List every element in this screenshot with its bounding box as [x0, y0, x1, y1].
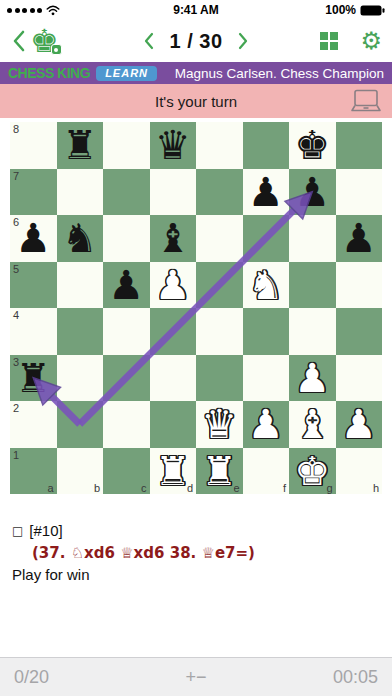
- battery-icon: [360, 5, 385, 16]
- battery-percent: 100%: [325, 3, 356, 17]
- piece-black-rook: ♜: [10, 355, 57, 402]
- chess-king-app: 9:41 AM 100% ♚ 1 / 30 ⚙: [0, 0, 392, 696]
- piece-black-king: ♚: [289, 122, 336, 169]
- timer: 00:05: [333, 667, 378, 688]
- square-c5[interactable]: ♟: [103, 262, 150, 309]
- variation-line: (37. ♘xd6 ♕xd6 38. ♕e7=): [32, 544, 380, 562]
- piece-white-knight: ♞: [243, 262, 290, 309]
- status-bar: 9:41 AM 100%: [0, 0, 392, 20]
- page-indicator: 1 / 30: [169, 30, 222, 53]
- cellular-signal-icon: [7, 8, 42, 13]
- piece-black-pawn: ♟: [10, 215, 57, 262]
- square-d2[interactable]: [150, 401, 197, 448]
- square-g8[interactable]: ♚: [289, 122, 336, 169]
- square-b6[interactable]: ♞: [57, 215, 104, 262]
- square-b1[interactable]: b: [57, 448, 104, 495]
- square-f2[interactable]: ♟: [243, 401, 290, 448]
- square-b4[interactable]: [57, 308, 104, 355]
- course-title: Magnus Carlsen. Chess Champion: [163, 66, 384, 81]
- piece-black-pawn: ♟: [289, 169, 336, 216]
- square-c6[interactable]: [103, 215, 150, 262]
- square-h8[interactable]: [336, 122, 383, 169]
- piece-black-bishop: ♝: [150, 215, 197, 262]
- wifi-icon: [46, 5, 60, 16]
- task-caption: □ [#10] (37. ♘xd6 ♕xd6 38. ♕e7=) Play fo…: [0, 494, 392, 583]
- square-h2[interactable]: ♟: [336, 401, 383, 448]
- file-label-a: a: [47, 482, 53, 494]
- square-e5[interactable]: [196, 262, 243, 309]
- file-label-f: f: [283, 482, 286, 494]
- chess-board: 8♜♛♚7♟♟6♟♞♝♟5♟♟♞43♜♟2♛♟♝♟1abcd♜e♜fg♚h: [10, 122, 382, 494]
- square-f8[interactable]: [243, 122, 290, 169]
- square-b7[interactable]: [57, 169, 104, 216]
- piece-white-queen: ♛: [196, 401, 243, 448]
- square-a7[interactable]: 7: [10, 169, 57, 216]
- task-goal: Play for win: [12, 566, 380, 583]
- computer-icon[interactable]: [350, 89, 382, 113]
- task-grid-icon[interactable]: [320, 32, 338, 50]
- square-f5[interactable]: ♞: [243, 262, 290, 309]
- square-b5[interactable]: [57, 262, 104, 309]
- square-h3[interactable]: [336, 355, 383, 402]
- task-number: [#10]: [29, 522, 62, 539]
- chess-king-logo[interactable]: ♚: [30, 25, 59, 57]
- square-g5[interactable]: [289, 262, 336, 309]
- piece-white-pawn: ♟: [243, 401, 290, 448]
- square-b8[interactable]: ♜: [57, 122, 104, 169]
- square-c3[interactable]: [103, 355, 150, 402]
- piece-black-pawn: ♟: [336, 215, 383, 262]
- bottom-bar: 0/20 +− 00:05: [0, 657, 392, 696]
- back-chevron-icon[interactable]: [10, 28, 28, 54]
- square-a1[interactable]: 1a: [10, 448, 57, 495]
- piece-black-rook: ♜: [57, 122, 104, 169]
- piece-white-pawn: ♟: [336, 401, 383, 448]
- piece-white-bishop: ♝: [289, 401, 336, 448]
- square-g7[interactable]: ♟: [289, 169, 336, 216]
- square-h6[interactable]: ♟: [336, 215, 383, 262]
- white-to-move-marker: □: [12, 524, 23, 538]
- square-a3[interactable]: 3♜: [10, 355, 57, 402]
- square-e1[interactable]: e♜: [196, 448, 243, 495]
- piece-white-rook: ♜: [196, 448, 243, 495]
- rank-label-7: 7: [13, 170, 19, 182]
- square-a5[interactable]: 5: [10, 262, 57, 309]
- piece-black-queen: ♛: [150, 122, 197, 169]
- square-g4[interactable]: [289, 308, 336, 355]
- square-g3[interactable]: ♟: [289, 355, 336, 402]
- chess-board-wrap: 8♜♛♚7♟♟6♟♞♝♟5♟♟♞43♜♟2♛♟♝♟1abcd♜e♜fg♚h: [10, 122, 382, 494]
- square-h7[interactable]: [336, 169, 383, 216]
- file-label-b: b: [94, 482, 100, 494]
- score-counter[interactable]: 0/20: [14, 667, 49, 688]
- square-d7[interactable]: [150, 169, 197, 216]
- square-d1[interactable]: d♜: [150, 448, 197, 495]
- file-label-c: c: [141, 482, 147, 494]
- square-d5[interactable]: ♟: [150, 262, 197, 309]
- square-e3[interactable]: [196, 355, 243, 402]
- square-d3[interactable]: [150, 355, 197, 402]
- square-e8[interactable]: [196, 122, 243, 169]
- square-h1[interactable]: h: [336, 448, 383, 495]
- title-bar: CHESS KING LEARN Magnus Carlsen. Chess C…: [0, 62, 392, 84]
- square-g1[interactable]: g♚: [289, 448, 336, 495]
- next-page-chevron-icon[interactable]: [237, 31, 250, 51]
- piece-black-pawn: ♟: [103, 262, 150, 309]
- square-g2[interactable]: ♝: [289, 401, 336, 448]
- square-a6[interactable]: 6♟: [10, 215, 57, 262]
- rank-label-8: 8: [13, 123, 19, 135]
- square-f3[interactable]: [243, 355, 290, 402]
- square-h5[interactable]: [336, 262, 383, 309]
- square-c8[interactable]: [103, 122, 150, 169]
- rank-label-1: 1: [13, 449, 19, 461]
- status-time: 9:41 AM: [117, 3, 275, 17]
- rank-label-4: 4: [13, 309, 19, 321]
- rank-label-2: 2: [13, 402, 19, 414]
- square-f1[interactable]: f: [243, 448, 290, 495]
- square-b3[interactable]: [57, 355, 104, 402]
- square-f6[interactable]: [243, 215, 290, 262]
- brand-chess-king: CHESS KING: [8, 65, 90, 82]
- piece-black-pawn: ♟: [243, 169, 290, 216]
- square-a4[interactable]: 4: [10, 308, 57, 355]
- file-label-h: h: [373, 482, 379, 494]
- piece-black-knight: ♞: [57, 215, 104, 262]
- learn-badge: LEARN: [96, 66, 157, 81]
- piece-white-pawn: ♟: [150, 262, 197, 309]
- prev-page-chevron-icon[interactable]: [142, 31, 155, 51]
- square-d8[interactable]: ♛: [150, 122, 197, 169]
- square-e4[interactable]: [196, 308, 243, 355]
- square-a2[interactable]: 2: [10, 401, 57, 448]
- turn-banner: It's your turn: [0, 84, 392, 118]
- square-e2[interactable]: ♛: [196, 401, 243, 448]
- piece-white-rook: ♜: [150, 448, 197, 495]
- square-a8[interactable]: 8: [10, 122, 57, 169]
- turn-banner-text: It's your turn: [155, 93, 237, 110]
- square-e7[interactable]: [196, 169, 243, 216]
- square-c7[interactable]: [103, 169, 150, 216]
- settings-gear-icon[interactable]: ⚙: [360, 29, 382, 53]
- square-c2[interactable]: [103, 401, 150, 448]
- square-c1[interactable]: c: [103, 448, 150, 495]
- square-b2[interactable]: [57, 401, 104, 448]
- square-f4[interactable]: [243, 308, 290, 355]
- piece-white-king: ♚: [289, 448, 336, 495]
- square-e6[interactable]: [196, 215, 243, 262]
- piece-white-pawn: ♟: [289, 355, 336, 402]
- square-d6[interactable]: ♝: [150, 215, 197, 262]
- square-c4[interactable]: [103, 308, 150, 355]
- rank-label-5: 5: [13, 263, 19, 275]
- nav-bar: ♚ 1 / 30 ⚙: [0, 20, 392, 62]
- square-h4[interactable]: [336, 308, 383, 355]
- square-g6[interactable]: [289, 215, 336, 262]
- square-f7[interactable]: ♟: [243, 169, 290, 216]
- square-d4[interactable]: [150, 308, 197, 355]
